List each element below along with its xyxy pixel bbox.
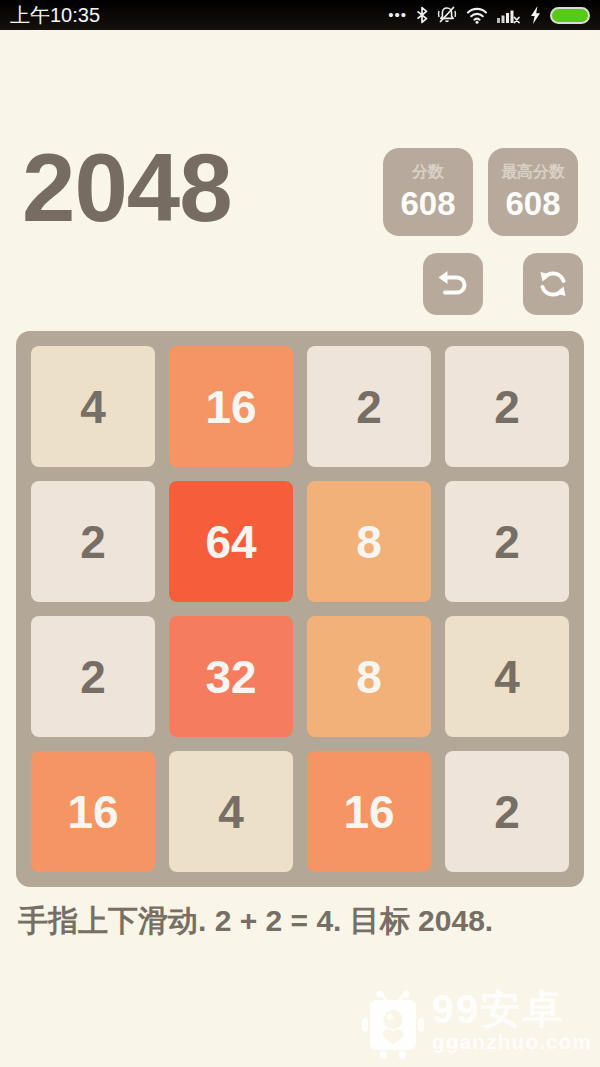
- charging-bolt-icon: [530, 6, 541, 24]
- controls-row: [423, 253, 583, 315]
- tile-r4c3: 16: [307, 751, 431, 872]
- tile-r4c2: 4: [169, 751, 293, 872]
- tile-r1c2: 16: [169, 346, 293, 467]
- game-board[interactable]: 416222648223284164162: [16, 331, 584, 887]
- notification-dots-icon: •••: [388, 0, 407, 30]
- clock-time: 上午10:35: [10, 2, 100, 29]
- tile-r1c4: 2: [445, 346, 569, 467]
- bluetooth-icon: [416, 6, 428, 24]
- score-box: 分数 608: [383, 148, 473, 236]
- instruction-text: 手指上下滑动. 2 + 2 = 4. 目标 2048.: [18, 901, 588, 942]
- signal-no-sim-icon: [497, 7, 521, 24]
- best-score-label: 最高分数: [501, 162, 565, 183]
- undo-button[interactable]: [423, 253, 483, 315]
- tile-r4c1: 16: [31, 751, 155, 872]
- tile-r3c1: 2: [31, 616, 155, 737]
- tile-r2c4: 2: [445, 481, 569, 602]
- restart-button[interactable]: [523, 253, 583, 315]
- watermark-site-name: 99安卓: [432, 988, 565, 1030]
- score-label: 分数: [412, 162, 444, 183]
- tile-r2c3: 8: [307, 481, 431, 602]
- refresh-icon: [537, 268, 569, 300]
- tile-r3c4: 4: [445, 616, 569, 737]
- tile-r4c4: 2: [445, 751, 569, 872]
- best-score-value: 608: [505, 185, 560, 223]
- tile-r3c2: 32: [169, 616, 293, 737]
- mascot-robot-icon: [362, 988, 424, 1060]
- best-score-box: 最高分数 608: [488, 148, 578, 236]
- tile-r2c1: 2: [31, 481, 155, 602]
- phone-screen: 上午10:35 •••: [0, 0, 600, 1067]
- undo-icon: [436, 269, 470, 299]
- battery-icon: [550, 7, 590, 24]
- watermark: 99安卓 gganzhuo.com: [362, 988, 592, 1060]
- score-row: 分数 608 最高分数 608: [383, 148, 578, 236]
- watermark-site-url: gganzhuo.com: [432, 1030, 592, 1054]
- wifi-icon: [466, 7, 488, 24]
- tile-r3c3: 8: [307, 616, 431, 737]
- status-bar: 上午10:35 •••: [0, 0, 600, 30]
- score-value: 608: [400, 185, 455, 223]
- tile-r1c3: 2: [307, 346, 431, 467]
- game-title: 2048: [22, 140, 232, 236]
- mute-bell-icon: [437, 6, 457, 24]
- tile-r2c2: 64: [169, 481, 293, 602]
- status-icons: •••: [388, 0, 590, 30]
- tile-r1c1: 4: [31, 346, 155, 467]
